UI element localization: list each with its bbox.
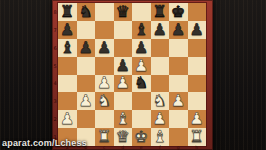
video-frame[interactable]: 87654321 ♜♞♛♜♚♟♝♟♟♟♝♟♟♟♟♟♟♟♞♟♞♞♟♟♝♟♟♜♛♚♝… xyxy=(0,0,266,150)
square-h7: ♟ xyxy=(188,21,207,39)
square-d1: ♛ xyxy=(114,128,133,146)
white-pawn: ♟ xyxy=(153,111,167,127)
square-b4 xyxy=(77,75,96,93)
black-pawn: ♟ xyxy=(190,21,204,37)
square-c5 xyxy=(95,57,114,75)
square-d5: ♟ xyxy=(114,57,133,75)
square-f8: ♜ xyxy=(151,3,170,21)
square-a8: ♜ xyxy=(58,3,77,21)
black-pawn: ♟ xyxy=(116,57,130,73)
square-d2: ♝ xyxy=(114,110,133,128)
square-c4: ♟ xyxy=(95,75,114,93)
square-c3: ♞ xyxy=(95,92,114,110)
square-e8 xyxy=(132,3,151,21)
square-a5 xyxy=(58,57,77,75)
black-pawn: ♟ xyxy=(171,21,185,37)
square-h3 xyxy=(188,92,207,110)
square-f2: ♟ xyxy=(151,110,170,128)
square-e4: ♞ xyxy=(132,75,151,93)
file-label-c: c xyxy=(95,146,114,150)
square-h4 xyxy=(188,75,207,93)
square-c6: ♟ xyxy=(95,39,114,57)
square-c1: ♜ xyxy=(95,128,114,146)
white-queen: ♛ xyxy=(116,129,130,145)
black-knight: ♞ xyxy=(79,3,93,19)
square-b6: ♟ xyxy=(77,39,96,57)
file-label-h: h xyxy=(188,146,207,150)
white-knight: ♞ xyxy=(97,93,111,109)
square-e6: ♟ xyxy=(132,39,151,57)
square-b8: ♞ xyxy=(77,3,96,21)
square-d7 xyxy=(114,21,133,39)
square-g7: ♟ xyxy=(169,21,188,39)
watermark: aparat.com/Lchess xyxy=(2,138,87,148)
white-pawn: ♟ xyxy=(79,93,93,109)
black-pawn: ♟ xyxy=(97,39,111,55)
square-a7: ♟ xyxy=(58,21,77,39)
black-king: ♚ xyxy=(171,3,185,19)
black-queen: ♛ xyxy=(116,3,130,19)
square-f5 xyxy=(151,57,170,75)
white-pawn: ♟ xyxy=(134,57,148,73)
square-b7 xyxy=(77,21,96,39)
square-g1 xyxy=(169,128,188,146)
square-h8 xyxy=(188,3,207,21)
black-bishop: ♝ xyxy=(60,39,74,55)
black-rook: ♜ xyxy=(153,3,167,19)
square-e2 xyxy=(132,110,151,128)
white-rook: ♜ xyxy=(97,129,111,145)
square-g5 xyxy=(169,57,188,75)
square-h6 xyxy=(188,39,207,57)
black-pawn: ♟ xyxy=(134,39,148,55)
square-f3: ♞ xyxy=(151,92,170,110)
square-g2 xyxy=(169,110,188,128)
square-d3 xyxy=(114,92,133,110)
square-c7 xyxy=(95,21,114,39)
square-g4 xyxy=(169,75,188,93)
square-b2 xyxy=(77,110,96,128)
file-label-d: d xyxy=(114,146,133,150)
square-b3: ♟ xyxy=(77,92,96,110)
white-pawn: ♟ xyxy=(171,93,185,109)
square-a2: ♟ xyxy=(58,110,77,128)
white-rook: ♜ xyxy=(190,129,204,145)
square-g8: ♚ xyxy=(169,3,188,21)
black-pawn: ♟ xyxy=(60,21,74,37)
square-a4 xyxy=(58,75,77,93)
white-pawn: ♟ xyxy=(97,75,111,91)
black-pawn: ♟ xyxy=(153,21,167,37)
white-pawn: ♟ xyxy=(190,111,204,127)
white-king: ♚ xyxy=(134,129,148,145)
black-bishop: ♝ xyxy=(134,21,148,37)
square-e5: ♟ xyxy=(132,57,151,75)
square-c8 xyxy=(95,3,114,21)
square-f1: ♝ xyxy=(151,128,170,146)
square-f7: ♟ xyxy=(151,21,170,39)
square-c2 xyxy=(95,110,114,128)
white-pawn: ♟ xyxy=(116,75,130,91)
black-pawn: ♟ xyxy=(79,39,93,55)
file-label-f: f xyxy=(151,146,170,150)
square-e7: ♝ xyxy=(132,21,151,39)
square-a6: ♝ xyxy=(58,39,77,57)
square-d8: ♛ xyxy=(114,3,133,21)
white-bishop: ♝ xyxy=(116,111,130,127)
white-pawn: ♟ xyxy=(60,111,74,127)
square-h1: ♜ xyxy=(188,128,207,146)
chess-board: ♜♞♛♜♚♟♝♟♟♟♝♟♟♟♟♟♟♟♞♟♞♞♟♟♝♟♟♜♛♚♝♜ xyxy=(58,3,206,146)
square-e1: ♚ xyxy=(132,128,151,146)
file-label-g: g xyxy=(169,146,188,150)
square-b5 xyxy=(77,57,96,75)
file-label-e: e xyxy=(132,146,151,150)
square-f6 xyxy=(151,39,170,57)
black-rook: ♜ xyxy=(60,3,74,19)
square-h5 xyxy=(188,57,207,75)
square-d6 xyxy=(114,39,133,57)
square-g3: ♟ xyxy=(169,92,188,110)
square-g6 xyxy=(169,39,188,57)
square-h2: ♟ xyxy=(188,110,207,128)
black-knight: ♞ xyxy=(134,75,148,91)
board-frame: 87654321 ♜♞♛♜♚♟♝♟♟♟♝♟♟♟♟♟♟♟♞♟♞♞♟♟♝♟♟♜♛♚♝… xyxy=(52,0,213,150)
square-f4 xyxy=(151,75,170,93)
square-e3 xyxy=(132,92,151,110)
square-a3 xyxy=(58,92,77,110)
white-bishop: ♝ xyxy=(153,129,167,145)
white-knight: ♞ xyxy=(153,93,167,109)
square-d4: ♟ xyxy=(114,75,133,93)
